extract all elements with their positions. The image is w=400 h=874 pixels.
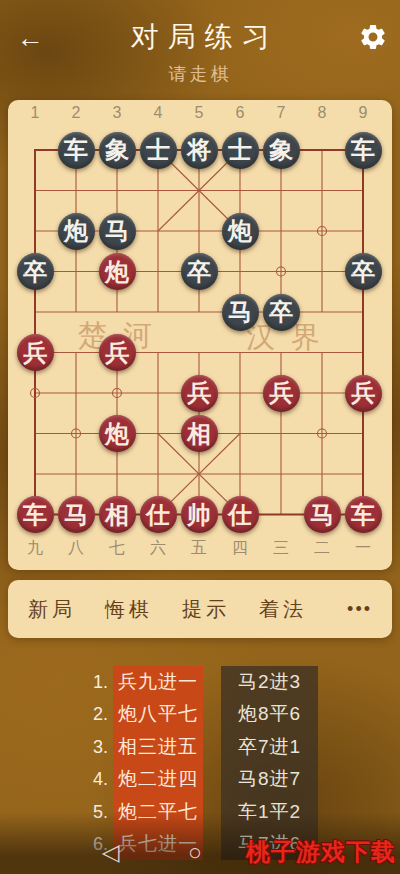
piece-black-卒[interactable]: 卒 [17,253,54,290]
red-move[interactable]: 相三进五 [113,731,203,763]
piece-black-炮[interactable]: 炮 [222,213,259,250]
xiangqi-board[interactable]: 123456789 楚河汉界 车象士将士象车炮马炮卒炮卒卒马卒兵兵兵兵兵炮相车马… [8,100,392,570]
red-move[interactable]: 兵九进一 [113,666,203,698]
piece-red-帅[interactable]: 帅 [181,496,218,533]
move-gap [203,698,221,730]
toolbar: ••• 新局悔棋提示着法 [8,580,392,638]
move-number: 2. [0,698,113,730]
piece-black-车[interactable]: 车 [345,132,382,169]
piece-black-象[interactable]: 象 [99,132,136,169]
red-move[interactable]: 炮二进四 [113,763,203,795]
piece-red-兵[interactable]: 兵 [181,375,218,412]
black-move[interactable]: 炮8平6 [221,698,318,730]
watermark-text: 桃子游戏下载 [246,836,396,868]
black-move[interactable]: 马2进3 [221,666,318,698]
toolbar-button-2[interactable]: 悔棋 [105,596,153,623]
file-numeral-label: 六 [138,538,179,559]
status-text: 请走棋 [0,62,400,86]
file-numeral-label: 八 [56,538,97,559]
piece-black-卒[interactable]: 卒 [345,253,382,290]
file-numeral-label: 三 [261,538,302,559]
piece-red-相[interactable]: 相 [99,496,136,533]
file-numeral-label: 一 [343,538,384,559]
red-move[interactable]: 炮八平七 [113,698,203,730]
file-numeral-label: 四 [220,538,261,559]
more-options-button[interactable]: ••• [347,599,372,620]
piece-black-士[interactable]: 士 [140,132,177,169]
black-move[interactable]: 马8进7 [221,763,318,795]
gear-icon [358,22,388,52]
move-gap [203,666,221,698]
file-numeral-label: 二 [302,538,343,559]
header: ← 对局练习 [0,14,400,60]
piece-red-车[interactable]: 车 [17,496,54,533]
nav-back-icon[interactable]: ◁ [102,839,120,866]
piece-red-相[interactable]: 相 [181,415,218,452]
toolbar-button-1[interactable]: 新局 [28,596,76,623]
piece-red-炮[interactable]: 炮 [99,253,136,290]
pieces-layer: 车象士将士象车炮马炮卒炮卒卒马卒兵兵兵兵兵炮相车马相仕帅仕马车 [15,130,384,535]
piece-red-马[interactable]: 马 [58,496,95,533]
piece-black-马[interactable]: 马 [99,213,136,250]
piece-black-车[interactable]: 车 [58,132,95,169]
piece-red-马[interactable]: 马 [304,496,341,533]
piece-black-炮[interactable]: 炮 [58,213,95,250]
piece-red-仕[interactable]: 仕 [140,496,177,533]
piece-black-卒[interactable]: 卒 [263,294,300,331]
move-gap [203,731,221,763]
toolbar-button-4[interactable]: 着法 [259,596,307,623]
nav-home-icon[interactable]: ○ [188,839,202,866]
page-title: 对局练习 [0,18,400,56]
move-number: 1. [0,666,113,698]
piece-black-马[interactable]: 马 [222,294,259,331]
move-number: 3. [0,731,113,763]
toolbar-button-3[interactable]: 提示 [182,596,230,623]
file-numeral-label: 七 [97,538,138,559]
piece-red-兵[interactable]: 兵 [345,375,382,412]
piece-black-卒[interactable]: 卒 [181,253,218,290]
move-row: 4.炮二进四马8进7 [0,763,400,795]
move-number: 4. [0,763,113,795]
piece-red-炮[interactable]: 炮 [99,415,136,452]
piece-red-兵[interactable]: 兵 [263,375,300,412]
move-row: 3.相三进五卒7进1 [0,731,400,763]
piece-red-兵[interactable]: 兵 [17,334,54,371]
move-row: 1.兵九进一马2进3 [0,666,400,698]
piece-red-车[interactable]: 车 [345,496,382,533]
move-row: 2.炮八平七炮8平6 [0,698,400,730]
move-gap [203,763,221,795]
piece-black-象[interactable]: 象 [263,132,300,169]
black-move[interactable]: 卒7进1 [221,731,318,763]
piece-black-将[interactable]: 将 [181,132,218,169]
settings-gear-icon[interactable] [358,22,388,52]
board-bottom-coords: 九八七六五四三二一 [15,538,384,559]
file-numeral-label: 五 [179,538,220,559]
file-numeral-label: 九 [15,538,56,559]
piece-black-士[interactable]: 士 [222,132,259,169]
piece-red-仕[interactable]: 仕 [222,496,259,533]
piece-red-兵[interactable]: 兵 [99,334,136,371]
